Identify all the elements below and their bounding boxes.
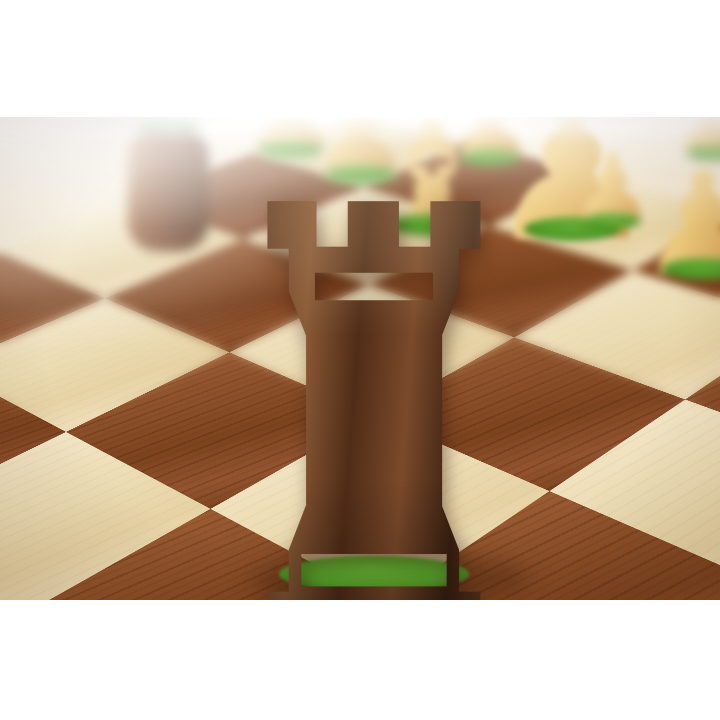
felt-base [583, 214, 641, 229]
product-photo-chess-rook: ♟ ♟ ♝ ♟ ♟ ♟ ♟ ♟ [0, 0, 720, 720]
foreground-rook: ♜ [205, 132, 544, 600]
upturned-piece-body [127, 119, 209, 251]
photo-area: ♟ ♟ ♝ ♟ ♟ ♟ ♟ ♟ [0, 117, 720, 600]
pawn-glyph: ♟ [671, 117, 720, 169]
